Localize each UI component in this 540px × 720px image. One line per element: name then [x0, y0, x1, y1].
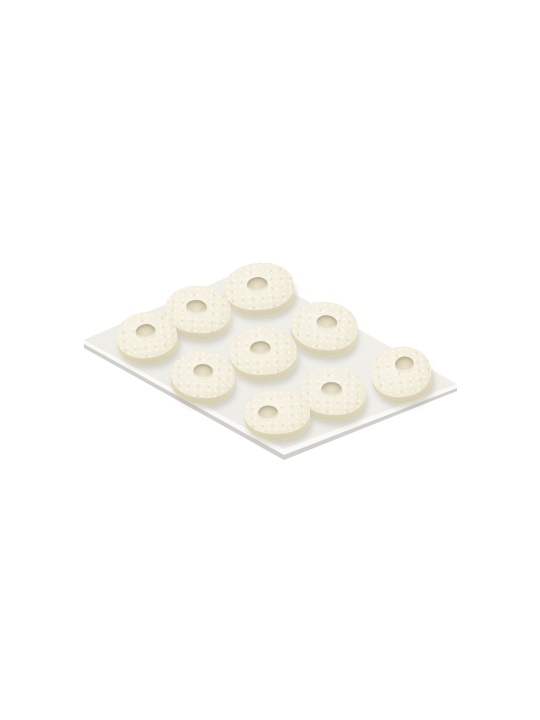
product-photo: [0, 0, 540, 720]
pad-centre-hole: [249, 340, 271, 356]
felt-ring-pad-9: [243, 388, 311, 435]
felt-ring-pad-7: [368, 343, 434, 401]
felt-pads-layer: [0, 0, 540, 720]
pad-centre-hole: [320, 381, 342, 397]
felt-ring-pad-3: [113, 308, 179, 361]
felt-ring-pad-1: [222, 260, 296, 313]
felt-ring-pad-6: [170, 349, 236, 399]
felt-ring-pad-5: [228, 325, 298, 376]
felt-ring-pad-4: [288, 299, 360, 354]
